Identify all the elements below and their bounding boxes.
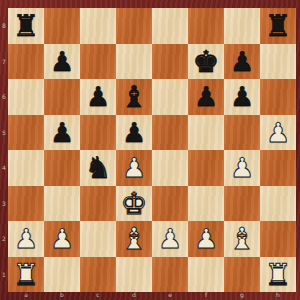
piece-black-pawn[interactable]: ♟	[194, 79, 218, 115]
square-g3[interactable]	[224, 186, 260, 222]
piece-black-rook[interactable]: ♜	[13, 8, 40, 44]
square-h1[interactable]: ♜	[260, 257, 296, 293]
square-d6[interactable]: ♝	[116, 79, 152, 115]
square-e8[interactable]	[152, 8, 188, 44]
square-d1[interactable]	[116, 257, 152, 293]
piece-white-pawn[interactable]: ♟	[50, 221, 74, 257]
square-b6[interactable]	[44, 79, 80, 115]
file-label-f: f	[188, 290, 224, 300]
square-b4[interactable]	[44, 150, 80, 186]
square-g8[interactable]	[224, 8, 260, 44]
piece-black-rook[interactable]: ♜	[265, 8, 292, 44]
square-a6[interactable]	[8, 79, 44, 115]
file-label-b: b	[44, 290, 80, 300]
file-labels: abcdefgh	[8, 290, 296, 300]
piece-white-bishop[interactable]: ♝	[229, 221, 256, 257]
square-g1[interactable]	[224, 257, 260, 293]
piece-white-pawn[interactable]: ♟	[14, 221, 38, 257]
square-d2[interactable]: ♝	[116, 221, 152, 257]
square-f2[interactable]: ♟	[188, 221, 224, 257]
square-g7[interactable]: ♟	[224, 44, 260, 80]
square-f8[interactable]	[188, 8, 224, 44]
square-f7[interactable]: ♚	[188, 44, 224, 80]
chess-board: ♜♜♟♚♟♟♝♟♟♟♟♟♞♟♟♚♟♟♝♟♟♝♜♜	[8, 8, 296, 292]
square-h8[interactable]: ♜	[260, 8, 296, 44]
square-b5[interactable]: ♟	[44, 115, 80, 151]
file-label-c: c	[80, 290, 116, 300]
square-f5[interactable]	[188, 115, 224, 151]
square-c5[interactable]	[80, 115, 116, 151]
square-d7[interactable]	[116, 44, 152, 80]
square-b8[interactable]	[44, 8, 80, 44]
file-label-d: d	[116, 290, 152, 300]
square-b3[interactable]	[44, 186, 80, 222]
square-a8[interactable]: ♜	[8, 8, 44, 44]
square-b1[interactable]	[44, 257, 80, 293]
square-g2[interactable]: ♝	[224, 221, 260, 257]
square-e4[interactable]	[152, 150, 188, 186]
square-g6[interactable]: ♟	[224, 79, 260, 115]
square-b7[interactable]: ♟	[44, 44, 80, 80]
square-c3[interactable]	[80, 186, 116, 222]
square-a2[interactable]: ♟	[8, 221, 44, 257]
square-d4[interactable]: ♟	[116, 150, 152, 186]
square-c6[interactable]: ♟	[80, 79, 116, 115]
rank-label-6: 6	[0, 79, 8, 115]
rank-label-4: 4	[0, 150, 8, 186]
square-h6[interactable]	[260, 79, 296, 115]
square-f3[interactable]	[188, 186, 224, 222]
piece-white-rook[interactable]: ♜	[265, 257, 292, 293]
file-label-e: e	[152, 290, 188, 300]
piece-black-pawn[interactable]: ♟	[122, 115, 146, 151]
square-f1[interactable]	[188, 257, 224, 293]
square-c7[interactable]	[80, 44, 116, 80]
square-e6[interactable]	[152, 79, 188, 115]
square-a3[interactable]	[8, 186, 44, 222]
square-e7[interactable]	[152, 44, 188, 80]
piece-white-pawn[interactable]: ♟	[122, 150, 146, 186]
piece-white-pawn[interactable]: ♟	[230, 150, 254, 186]
piece-black-king[interactable]: ♚	[193, 44, 220, 80]
square-f4[interactable]	[188, 150, 224, 186]
rank-label-1: 1	[0, 257, 8, 293]
square-h4[interactable]	[260, 150, 296, 186]
piece-white-bishop[interactable]: ♝	[121, 221, 148, 257]
square-a1[interactable]: ♜	[8, 257, 44, 293]
square-a4[interactable]	[8, 150, 44, 186]
rank-label-8: 8	[0, 8, 8, 44]
square-f6[interactable]: ♟	[188, 79, 224, 115]
square-e5[interactable]	[152, 115, 188, 151]
rank-label-2: 2	[0, 221, 8, 257]
piece-white-pawn[interactable]: ♟	[194, 221, 218, 257]
piece-white-pawn[interactable]: ♟	[266, 115, 290, 151]
square-h3[interactable]	[260, 186, 296, 222]
piece-black-pawn[interactable]: ♟	[50, 115, 74, 151]
piece-white-pawn[interactable]: ♟	[158, 221, 182, 257]
file-label-g: g	[224, 290, 260, 300]
square-d3[interactable]: ♚	[116, 186, 152, 222]
square-c2[interactable]	[80, 221, 116, 257]
rank-label-7: 7	[0, 44, 8, 80]
square-c8[interactable]	[80, 8, 116, 44]
rank-label-5: 5	[0, 115, 8, 151]
piece-white-king[interactable]: ♚	[121, 186, 148, 222]
square-g4[interactable]: ♟	[224, 150, 260, 186]
square-d8[interactable]	[116, 8, 152, 44]
square-e2[interactable]: ♟	[152, 221, 188, 257]
square-d5[interactable]: ♟	[116, 115, 152, 151]
file-label-a: a	[8, 290, 44, 300]
piece-black-pawn[interactable]: ♟	[230, 44, 254, 80]
rank-labels: 87654321	[0, 8, 8, 292]
square-b2[interactable]: ♟	[44, 221, 80, 257]
square-h7[interactable]	[260, 44, 296, 80]
square-h5[interactable]: ♟	[260, 115, 296, 151]
square-c4[interactable]: ♞	[80, 150, 116, 186]
square-e3[interactable]	[152, 186, 188, 222]
file-label-h: h	[260, 290, 296, 300]
piece-black-bishop[interactable]: ♝	[121, 79, 148, 115]
square-e1[interactable]	[152, 257, 188, 293]
board-frame: 87654321 ♜♜♟♚♟♟♝♟♟♟♟♟♞♟♟♚♟♟♝♟♟♝♜♜ abcdef…	[0, 0, 300, 300]
piece-white-rook[interactable]: ♜	[13, 257, 40, 293]
piece-black-pawn[interactable]: ♟	[230, 79, 254, 115]
square-h2[interactable]	[260, 221, 296, 257]
piece-black-knight[interactable]: ♞	[85, 150, 112, 186]
piece-black-pawn[interactable]: ♟	[50, 44, 74, 80]
rank-label-3: 3	[0, 186, 8, 222]
square-a5[interactable]	[8, 115, 44, 151]
square-a7[interactable]	[8, 44, 44, 80]
piece-black-pawn[interactable]: ♟	[86, 79, 110, 115]
square-g5[interactable]	[224, 115, 260, 151]
square-c1[interactable]	[80, 257, 116, 293]
